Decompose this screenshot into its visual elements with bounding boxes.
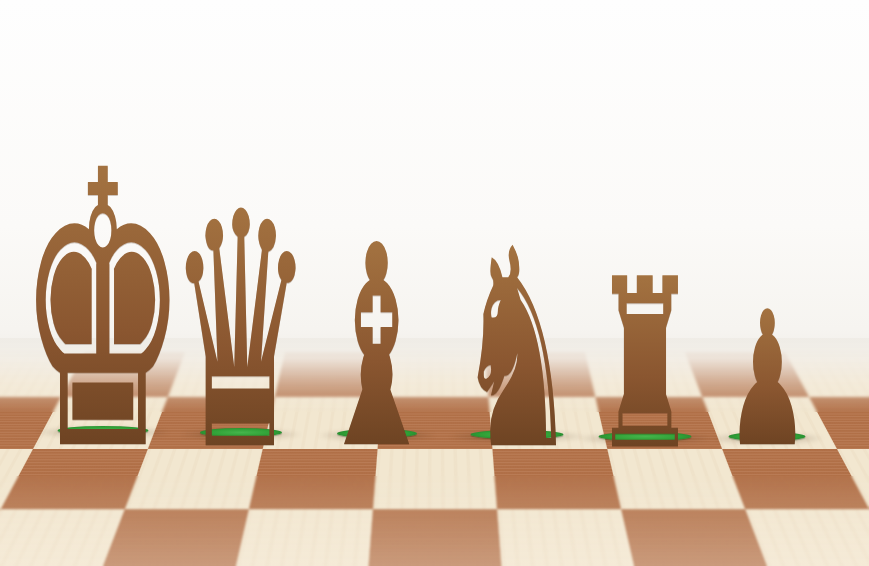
rook-glyph: ♜ — [593, 248, 698, 482]
chess-product-photo: ♚♛♝♞♜♟ — [0, 0, 869, 566]
queen-glyph: ♛ — [168, 170, 314, 495]
knight-glyph: ♞ — [456, 214, 579, 488]
pawn-glyph: ♟ — [725, 287, 808, 473]
king-glyph: ♚ — [18, 122, 189, 503]
bishop-glyph: ♝ — [315, 209, 440, 487]
pieces-row: ♚♛♝♞♜♟ — [0, 0, 869, 566]
